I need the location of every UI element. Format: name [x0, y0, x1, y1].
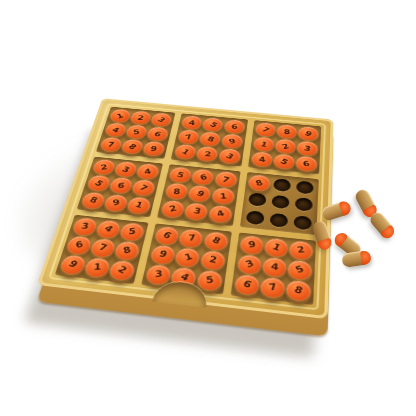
- peg-digit: 6: [302, 160, 310, 167]
- peg-digit: 3: [224, 152, 235, 160]
- number-peg[interactable]: 2: [107, 259, 137, 282]
- sudoku-board: 1234567894567891237891234562345678915678…: [18, 24, 382, 372]
- peg-digit: 2: [204, 151, 211, 158]
- peg-digit: 4: [215, 209, 225, 218]
- peg-digit: 7: [260, 126, 270, 134]
- number-peg[interactable]: 4: [250, 151, 274, 169]
- peg-digit: 8: [293, 285, 304, 296]
- peg-digit: 5: [208, 121, 218, 129]
- peg-digit: 9: [112, 198, 121, 207]
- peg-digit: 1: [183, 252, 194, 262]
- tray-7: 345678912: [55, 214, 149, 284]
- peg-digit: 9: [303, 130, 313, 138]
- empty-hole[interactable]: [248, 193, 267, 207]
- peg-digit: 4: [111, 126, 121, 133]
- peg-digit: 4: [144, 168, 152, 176]
- cell-r3c9: 6: [295, 155, 318, 173]
- peg-digit: 4: [270, 262, 279, 272]
- peg-digit: 2: [296, 246, 305, 255]
- peg-digit: 8: [254, 179, 264, 187]
- cell-r8c8: 4: [261, 256, 288, 279]
- cell-r9c3: 2: [107, 259, 137, 282]
- empty-hole[interactable]: [271, 195, 289, 209]
- peg-digit: 3: [156, 116, 167, 123]
- cell-r6c6: 4: [207, 204, 233, 224]
- peg-digit: 7: [138, 184, 150, 193]
- number-peg[interactable]: 4: [261, 256, 288, 279]
- number-peg[interactable]: 7: [178, 228, 206, 249]
- number-peg[interactable]: 3: [217, 148, 241, 165]
- cell-r3c6: 3: [217, 148, 241, 166]
- tray-4: 234567891: [77, 157, 163, 217]
- number-peg[interactable]: 6: [295, 155, 318, 173]
- peg-digit: 2: [137, 115, 145, 122]
- peg-digit: 3: [303, 145, 311, 153]
- peg-digit: 5: [294, 265, 306, 276]
- board-grid: 1234567894567891237891234562345678915678…: [55, 107, 321, 305]
- cell-r6c7: [242, 207, 268, 227]
- peg-digit: 9: [194, 190, 205, 199]
- peg-digit: 3: [192, 207, 202, 216]
- peg-digit: 5: [133, 129, 140, 136]
- cell-r3c3: 9: [141, 140, 166, 157]
- number-peg[interactable]: 2: [195, 146, 220, 163]
- peg-digit: 9: [158, 250, 168, 260]
- number-peg[interactable]: 3: [183, 201, 210, 221]
- tray-3: 789123456: [248, 120, 322, 174]
- peg-digit: 8: [127, 143, 138, 151]
- peg-digit: 7: [188, 234, 196, 242]
- cell-r9c9: 8: [285, 279, 312, 303]
- number-peg[interactable]: 4: [207, 204, 233, 224]
- peg-digit: 7: [221, 176, 230, 184]
- peg-digit: 6: [241, 279, 253, 290]
- peg-digit: 2: [100, 163, 108, 171]
- cell-r6c5: 3: [183, 201, 210, 221]
- peg-digit: 4: [189, 119, 196, 126]
- peg-digit: 1: [219, 193, 226, 201]
- number-peg[interactable]: 2: [288, 239, 314, 261]
- peg-digit: 2: [208, 255, 218, 265]
- peg-digit: 9: [150, 145, 158, 152]
- tray-9: 912345678: [230, 232, 316, 305]
- cell-r6c9: [290, 212, 315, 233]
- tray-5: 567891234: [157, 164, 240, 225]
- peg-digit: 5: [128, 228, 136, 236]
- peg-digit: 2: [281, 143, 290, 151]
- peg-digit: 2: [116, 265, 128, 276]
- peg-digit: 9: [227, 138, 236, 145]
- cell-r8c3: 8: [113, 240, 142, 262]
- cell-r9c8: 7: [259, 276, 287, 300]
- number-peg[interactable]: 1: [263, 237, 289, 259]
- cell-r8c7: 3: [236, 253, 263, 276]
- peg-digit: 6: [117, 182, 125, 190]
- tray-6: 8: [240, 172, 319, 235]
- number-peg[interactable]: 7: [259, 276, 287, 300]
- empty-hole[interactable]: [295, 198, 313, 213]
- peg-digit: 8: [88, 196, 99, 205]
- peg-digit: 6: [231, 123, 238, 129]
- peg-digit: 5: [93, 179, 105, 188]
- number-peg[interactable]: 6: [233, 273, 261, 297]
- peg-digit: 3: [244, 259, 255, 269]
- peg-digit: 3: [81, 222, 90, 230]
- peg-digit: 8: [123, 246, 133, 256]
- cell-r6c8: [266, 210, 291, 231]
- peg-digit: 5: [279, 158, 289, 166]
- peg-digit: 7: [185, 133, 193, 140]
- cell-r3c7: 4: [250, 151, 274, 169]
- peg-digit: 6: [153, 130, 163, 138]
- number-peg[interactable]: 2: [199, 249, 227, 271]
- number-peg[interactable]: 9: [238, 234, 265, 256]
- tray-2: 456789123: [171, 113, 248, 166]
- cell-r3c8: 5: [272, 153, 296, 171]
- peg-digit: 1: [134, 201, 144, 210]
- peg-digit: 7: [107, 141, 115, 148]
- peg-digit: 4: [258, 156, 265, 163]
- number-peg[interactable]: 5: [118, 221, 146, 242]
- empty-hole[interactable]: [296, 181, 314, 195]
- number-peg[interactable]: 9: [141, 140, 166, 157]
- peg-digit: 1: [271, 242, 282, 252]
- peg-digit: 6: [75, 240, 84, 250]
- peg-digit: 4: [103, 224, 115, 234]
- number-peg[interactable]: 3: [236, 253, 263, 276]
- peg-digit: 8: [283, 128, 290, 134]
- peg-digit: 6: [162, 231, 174, 241]
- peg-digit: 9: [247, 240, 256, 249]
- cell-r8c6: 2: [199, 249, 227, 272]
- cell-r8c5: 1: [174, 246, 202, 268]
- number-peg[interactable]: 5: [286, 259, 312, 282]
- empty-hole[interactable]: [245, 210, 264, 225]
- number-peg[interactable]: 8: [202, 230, 229, 251]
- board-top-face: 1234567894567891237891234562345678915678…: [37, 98, 334, 319]
- empty-hole[interactable]: [269, 212, 288, 227]
- number-peg[interactable]: 8: [113, 240, 142, 262]
- peg-digit: 5: [176, 171, 186, 179]
- number-peg[interactable]: 1: [174, 246, 202, 268]
- peg-digit: 8: [173, 188, 180, 195]
- number-peg[interactable]: 8: [285, 279, 312, 303]
- tray-1: 123456789: [96, 107, 176, 159]
- scene: 1234567894567891237891234562345678915678…: [0, 0, 416, 416]
- peg-digit: 9: [67, 259, 80, 270]
- peg-digit: 3: [155, 270, 163, 279]
- peg-digit: 5: [205, 276, 214, 286]
- cell-r6c3: 1: [125, 195, 153, 215]
- peg-digit: 3: [121, 165, 131, 173]
- empty-hole[interactable]: [293, 215, 311, 230]
- peg-digit: 1: [116, 112, 125, 119]
- peg-digit: 8: [210, 236, 221, 246]
- empty-hole[interactable]: [273, 179, 291, 193]
- peg-digit: 7: [98, 243, 109, 253]
- peg-digit: 6: [199, 173, 208, 181]
- peg-digit: 7: [268, 283, 278, 293]
- peg-digit: 8: [206, 135, 215, 143]
- number-peg[interactable]: 5: [272, 153, 296, 171]
- number-peg[interactable]: 1: [173, 143, 198, 160]
- peg-digit: 1: [259, 141, 268, 149]
- cell-r3c5: 2: [195, 145, 220, 162]
- number-peg[interactable]: 1: [125, 195, 152, 215]
- cell-r9c7: 6: [233, 273, 261, 297]
- peg-digit: 1: [93, 263, 101, 272]
- peg-digit: 2: [169, 204, 178, 213]
- peg-digit: 1: [180, 148, 191, 156]
- cell-r8c9: 5: [286, 259, 313, 282]
